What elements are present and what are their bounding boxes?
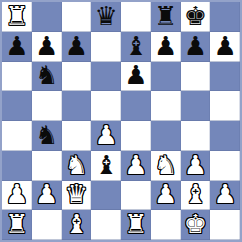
black-pawn-c7[interactable]: ♟: [65, 33, 88, 59]
black-pawn-h7[interactable]: ♟: [213, 33, 236, 59]
square-f1[interactable]: [151, 210, 181, 240]
square-g8[interactable]: ♚: [181, 2, 211, 32]
square-d1[interactable]: [91, 210, 121, 240]
square-d7[interactable]: [91, 32, 121, 62]
black-king-g8[interactable]: ♚: [184, 3, 207, 29]
black-knight-b6[interactable]: ♞: [35, 62, 58, 88]
white-pawn-b2[interactable]: ♟: [35, 181, 58, 207]
square-d4[interactable]: ♟: [91, 121, 121, 151]
square-g5[interactable]: [181, 91, 211, 121]
square-a1[interactable]: ♜: [2, 210, 32, 240]
square-e4[interactable]: [121, 121, 151, 151]
black-knight-b4[interactable]: ♞: [35, 122, 58, 148]
chess-board: ♜♛♜♚♟♟♟♝♟♟♟♞♟♞♟♞♝♟♞♟♟♟♛♟♝♟♜♝♜♚: [0, 0, 242, 242]
square-f4[interactable]: [151, 121, 181, 151]
white-bishop-g2[interactable]: ♝: [184, 181, 207, 207]
black-pawn-f7[interactable]: ♟: [154, 33, 177, 59]
square-e1[interactable]: ♜: [121, 210, 151, 240]
square-e2[interactable]: [121, 181, 151, 211]
square-d8[interactable]: ♛: [91, 2, 121, 32]
square-e3[interactable]: ♟: [121, 151, 151, 181]
white-pawn-f2[interactable]: ♟: [154, 181, 177, 207]
square-h2[interactable]: ♟: [210, 181, 240, 211]
white-king-g1[interactable]: ♚: [184, 211, 207, 237]
square-b3[interactable]: [32, 151, 62, 181]
square-c8[interactable]: [62, 2, 92, 32]
square-b4[interactable]: ♞: [32, 121, 62, 151]
square-b2[interactable]: ♟: [32, 181, 62, 211]
square-a4[interactable]: [2, 121, 32, 151]
square-f2[interactable]: ♟: [151, 181, 181, 211]
square-c3[interactable]: ♞: [62, 151, 92, 181]
white-pawn-g3[interactable]: ♟: [184, 152, 207, 178]
white-rook-e1[interactable]: ♜: [124, 211, 147, 237]
white-knight-c3[interactable]: ♞: [65, 152, 88, 178]
square-g2[interactable]: ♝: [181, 181, 211, 211]
square-b7[interactable]: ♟: [32, 32, 62, 62]
square-d6[interactable]: [91, 62, 121, 92]
square-a5[interactable]: [2, 91, 32, 121]
black-bishop-e7[interactable]: ♝: [124, 33, 147, 59]
square-a7[interactable]: ♟: [2, 32, 32, 62]
square-b1[interactable]: [32, 210, 62, 240]
square-g4[interactable]: [181, 121, 211, 151]
square-b8[interactable]: [32, 2, 62, 32]
white-pawn-a2[interactable]: ♟: [5, 181, 28, 207]
black-rook-f8[interactable]: ♜: [154, 3, 177, 29]
square-e7[interactable]: ♝: [121, 32, 151, 62]
white-pawn-h2[interactable]: ♟: [213, 181, 236, 207]
black-queen-d8[interactable]: ♛: [94, 3, 117, 29]
square-a6[interactable]: [2, 62, 32, 92]
white-rook-a8[interactable]: ♜: [5, 3, 28, 29]
white-pawn-e3[interactable]: ♟: [124, 152, 147, 178]
square-e8[interactable]: [121, 2, 151, 32]
black-pawn-g7[interactable]: ♟: [184, 33, 207, 59]
square-h3[interactable]: [210, 151, 240, 181]
square-b6[interactable]: ♞: [32, 62, 62, 92]
black-pawn-b7[interactable]: ♟: [35, 33, 58, 59]
square-c1[interactable]: ♝: [62, 210, 92, 240]
square-d2[interactable]: [91, 181, 121, 211]
black-pawn-e6[interactable]: ♟: [124, 62, 147, 88]
white-bishop-c1[interactable]: ♝: [65, 211, 88, 237]
square-d5[interactable]: [91, 91, 121, 121]
white-rook-a1[interactable]: ♜: [5, 211, 28, 237]
square-h6[interactable]: [210, 62, 240, 92]
square-d3[interactable]: ♝: [91, 151, 121, 181]
square-h8[interactable]: [210, 2, 240, 32]
square-h4[interactable]: [210, 121, 240, 151]
square-e5[interactable]: [121, 91, 151, 121]
square-c2[interactable]: ♛: [62, 181, 92, 211]
white-knight-f3[interactable]: ♞: [154, 152, 177, 178]
square-h5[interactable]: [210, 91, 240, 121]
square-b5[interactable]: [32, 91, 62, 121]
black-pawn-a7[interactable]: ♟: [5, 33, 28, 59]
square-a2[interactable]: ♟: [2, 181, 32, 211]
square-h7[interactable]: ♟: [210, 32, 240, 62]
square-f6[interactable]: [151, 62, 181, 92]
square-g1[interactable]: ♚: [181, 210, 211, 240]
square-a8[interactable]: ♜: [2, 2, 32, 32]
square-c5[interactable]: [62, 91, 92, 121]
white-queen-c2[interactable]: ♛: [65, 181, 88, 207]
square-e6[interactable]: ♟: [121, 62, 151, 92]
white-pawn-d4[interactable]: ♟: [94, 122, 117, 148]
square-a3[interactable]: [2, 151, 32, 181]
square-f8[interactable]: ♜: [151, 2, 181, 32]
square-g7[interactable]: ♟: [181, 32, 211, 62]
square-c7[interactable]: ♟: [62, 32, 92, 62]
square-g6[interactable]: [181, 62, 211, 92]
square-h1[interactable]: [210, 210, 240, 240]
square-c4[interactable]: [62, 121, 92, 151]
square-g3[interactable]: ♟: [181, 151, 211, 181]
square-f3[interactable]: ♞: [151, 151, 181, 181]
square-c6[interactable]: [62, 62, 92, 92]
black-bishop-d3[interactable]: ♝: [94, 152, 117, 178]
square-f7[interactable]: ♟: [151, 32, 181, 62]
square-f5[interactable]: [151, 91, 181, 121]
